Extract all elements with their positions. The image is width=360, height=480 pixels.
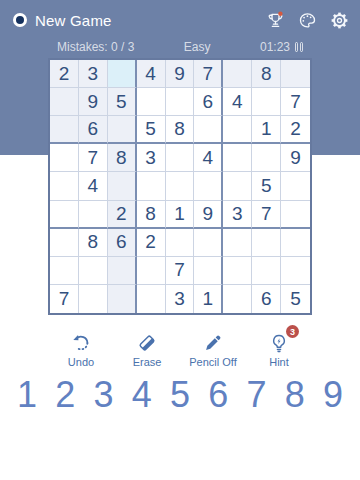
cell-r4c9[interactable]: 9 (281, 144, 310, 172)
cell-r9c6[interactable]: 1 (194, 285, 223, 313)
cell-r5c2[interactable]: 4 (79, 172, 108, 200)
cell-r5c1[interactable] (50, 172, 79, 200)
cell-r9c2[interactable] (79, 285, 108, 313)
cell-r8c6[interactable] (194, 257, 223, 285)
cell-r6c3[interactable]: 2 (108, 201, 137, 229)
pencil-label: Pencil Off (189, 356, 237, 368)
trophy-icon[interactable] (265, 10, 286, 31)
cell-r8c2[interactable] (79, 257, 108, 285)
cell-r5c7[interactable] (223, 172, 252, 200)
numpad-1[interactable]: 1 (17, 377, 37, 413)
numpad-3[interactable]: 3 (93, 377, 113, 413)
cell-r7c8[interactable] (252, 229, 281, 257)
cell-r9c5[interactable]: 3 (166, 285, 195, 313)
cell-r9c1[interactable]: 7 (50, 285, 79, 313)
hint-button[interactable]: 3 Hint (246, 332, 312, 368)
palette-icon[interactable] (297, 10, 318, 31)
pencil-icon (202, 332, 224, 354)
cell-r3c7[interactable] (223, 116, 252, 144)
record-icon (13, 13, 27, 27)
pause-button[interactable] (295, 42, 303, 52)
cell-r8c1[interactable] (50, 257, 79, 285)
numpad-4[interactable]: 4 (132, 377, 152, 413)
cell-r2c4[interactable] (137, 88, 166, 116)
cell-r9c9[interactable]: 5 (281, 285, 310, 313)
cell-r1c6[interactable]: 7 (194, 60, 223, 88)
cell-r6c5[interactable]: 1 (166, 201, 195, 229)
cell-r9c4[interactable] (137, 285, 166, 313)
undo-label: Undo (68, 356, 94, 368)
cell-r5c9[interactable] (281, 172, 310, 200)
cell-r5c6[interactable] (194, 172, 223, 200)
cell-r2c6[interactable]: 6 (194, 88, 223, 116)
cell-r2c2[interactable]: 9 (79, 88, 108, 116)
cell-r8c3[interactable] (108, 257, 137, 285)
cell-r5c3[interactable] (108, 172, 137, 200)
hint-label: Hint (269, 356, 289, 368)
cell-r1c5[interactable]: 9 (166, 60, 195, 88)
cell-r4c3[interactable]: 8 (108, 144, 137, 172)
cell-r6c8[interactable]: 7 (252, 201, 281, 229)
timer-label: 01:23 (260, 40, 290, 54)
numpad-9[interactable]: 9 (323, 377, 343, 413)
mistakes-label: Mistakes: 0 / 3 (57, 40, 134, 54)
cell-r2c9[interactable]: 7 (281, 88, 310, 116)
status-bar: Mistakes: 0 / 3 Easy 01:23 (48, 39, 312, 55)
numpad-7[interactable]: 7 (246, 377, 266, 413)
numpad-8[interactable]: 8 (285, 377, 305, 413)
numpad-5[interactable]: 5 (170, 377, 190, 413)
cell-r4c7[interactable] (223, 144, 252, 172)
cell-r6c9[interactable] (281, 201, 310, 229)
settings-gear-icon[interactable] (329, 10, 350, 31)
controls-row: Undo Erase Pencil Off 3 (48, 332, 312, 368)
cell-r1c1[interactable]: 2 (50, 60, 79, 88)
cell-r3c9[interactable]: 2 (281, 116, 310, 144)
numpad-6[interactable]: 6 (208, 377, 228, 413)
cell-r2c7[interactable]: 4 (223, 88, 252, 116)
cell-r3c5[interactable]: 8 (166, 116, 195, 144)
cell-r1c3[interactable] (108, 60, 137, 88)
cell-r5c5[interactable] (166, 172, 195, 200)
cell-r4c4[interactable]: 3 (137, 144, 166, 172)
cell-r7c5[interactable] (166, 229, 195, 257)
cell-r7c2[interactable]: 8 (79, 229, 108, 257)
cell-r7c7[interactable] (223, 229, 252, 257)
title-group: New Game (13, 12, 112, 29)
erase-button[interactable]: Erase (114, 332, 180, 368)
cell-r1c2[interactable]: 3 (79, 60, 108, 88)
cell-r6c4[interactable]: 8 (137, 201, 166, 229)
cell-r6c6[interactable]: 9 (194, 201, 223, 229)
difficulty-label[interactable]: Easy (184, 40, 211, 54)
numpad-2[interactable]: 2 (55, 377, 75, 413)
cell-r6c2[interactable] (79, 201, 108, 229)
cell-r9c3[interactable] (108, 285, 137, 313)
hint-count-badge: 3 (286, 325, 299, 338)
cell-r1c7[interactable] (223, 60, 252, 88)
cell-r7c4[interactable]: 2 (137, 229, 166, 257)
page-title: New Game (35, 12, 112, 29)
cell-r9c7[interactable] (223, 285, 252, 313)
cell-r7c6[interactable] (194, 229, 223, 257)
undo-button[interactable]: Undo (48, 332, 114, 368)
header-icons (265, 10, 350, 31)
cell-r3c1[interactable] (50, 116, 79, 144)
cell-r3c2[interactable]: 6 (79, 116, 108, 144)
cell-r8c4[interactable] (137, 257, 166, 285)
cell-r5c8[interactable]: 5 (252, 172, 281, 200)
cell-r4c2[interactable]: 7 (79, 144, 108, 172)
cell-r6c7[interactable]: 3 (223, 201, 252, 229)
cell-r4c1[interactable] (50, 144, 79, 172)
cell-r6c1[interactable] (50, 201, 79, 229)
top-bar: New Game (13, 8, 350, 32)
cell-r2c5[interactable] (166, 88, 195, 116)
pencil-toggle-button[interactable]: Pencil Off (180, 332, 246, 368)
cell-r7c1[interactable] (50, 229, 79, 257)
timer-group: 01:23 (260, 40, 303, 54)
cell-r2c3[interactable]: 5 (108, 88, 137, 116)
number-pad: 123456789 (0, 377, 360, 413)
cell-r8c9[interactable] (281, 257, 310, 285)
cell-r4c6[interactable]: 4 (194, 144, 223, 172)
undo-icon (70, 332, 92, 354)
cell-r8c8[interactable] (252, 257, 281, 285)
cell-r3c4[interactable]: 5 (137, 116, 166, 144)
cell-r3c8[interactable]: 1 (252, 116, 281, 144)
cell-r9c8[interactable]: 6 (252, 285, 281, 313)
cell-r8c7[interactable] (223, 257, 252, 285)
erase-label: Erase (133, 356, 162, 368)
cell-r4c8[interactable] (252, 144, 281, 172)
cell-r1c8[interactable]: 8 (252, 60, 281, 88)
cell-r3c6[interactable] (194, 116, 223, 144)
cell-r4c5[interactable] (166, 144, 195, 172)
cell-r7c3[interactable]: 6 (108, 229, 137, 257)
sudoku-board: 23497895647658127834945281937862773165 (48, 58, 312, 315)
cell-r5c4[interactable] (137, 172, 166, 200)
cell-r8c5[interactable]: 7 (166, 257, 195, 285)
eraser-icon (136, 332, 158, 354)
cell-r2c8[interactable] (252, 88, 281, 116)
cell-r7c9[interactable] (281, 229, 310, 257)
cell-r1c4[interactable]: 4 (137, 60, 166, 88)
cell-r3c3[interactable] (108, 116, 137, 144)
cell-r2c1[interactable] (50, 88, 79, 116)
cell-r1c9[interactable] (281, 60, 310, 88)
